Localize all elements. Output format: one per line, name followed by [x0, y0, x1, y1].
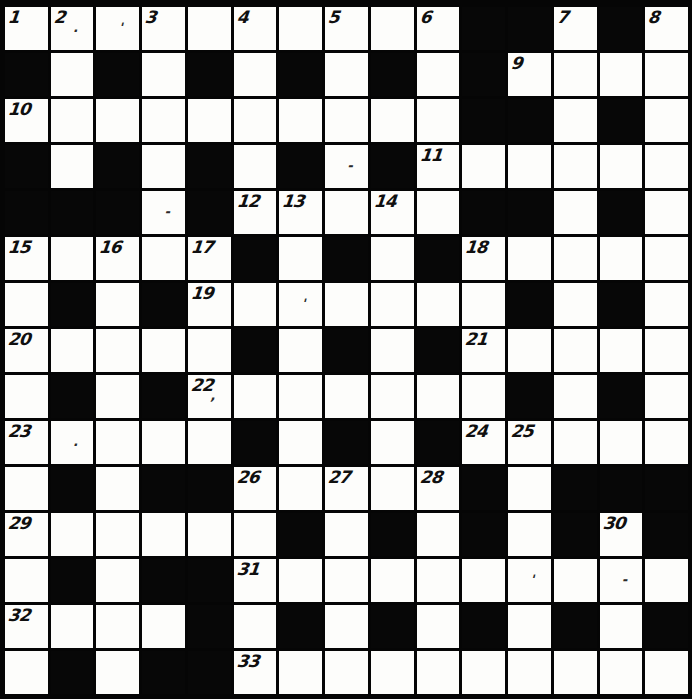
cell-r15c12[interactable]	[508, 651, 551, 694]
cell-r15c15[interactable]	[645, 651, 688, 694]
cell-r15c14[interactable]	[600, 651, 643, 694]
clue-number-9: 9	[510, 53, 523, 73]
clue-number-12: 12	[236, 191, 260, 211]
cell-r8c13[interactable]	[554, 329, 597, 372]
cell-r1c15[interactable]: 8	[645, 7, 688, 50]
cell-r10c3[interactable]	[96, 421, 139, 464]
cell-r10c10-black	[417, 421, 460, 464]
cell-r1c2[interactable]: 2.	[51, 7, 94, 50]
cell-r8c14[interactable]	[600, 329, 643, 372]
clue-number-18: 18	[464, 237, 488, 257]
clue-number-6: 6	[419, 7, 432, 27]
cell-r15c13[interactable]	[554, 651, 597, 694]
cell-r8c9[interactable]	[371, 329, 414, 372]
cell-r10c14[interactable]	[600, 421, 643, 464]
cell-r8c4[interactable]	[142, 329, 185, 372]
cell-r8c5[interactable]	[188, 329, 231, 372]
cell-r6c3[interactable]: 16	[96, 237, 139, 280]
cell-r1c14-black	[600, 7, 643, 50]
cell-r1c13[interactable]: 7	[554, 7, 597, 50]
cell-r14c15-black	[645, 605, 688, 648]
cell-r10c4[interactable]	[142, 421, 185, 464]
cell-r12c11-black	[462, 513, 505, 556]
cell-r2c5-black	[188, 53, 231, 96]
cell-r13c11[interactable]	[462, 559, 505, 602]
cell-r5c6[interactable]: 12	[234, 191, 277, 234]
cell-r7c12-black	[508, 283, 551, 326]
cell-r12c3[interactable]	[96, 513, 139, 556]
cell-r5c7[interactable]: 13	[279, 191, 322, 234]
clue-number-3: 3	[144, 7, 157, 27]
cell-r9c6[interactable]	[234, 375, 277, 418]
cell-r11c7[interactable]	[279, 467, 322, 510]
cell-r4c10[interactable]: 11	[417, 145, 460, 188]
clue-number-19: 19	[190, 283, 214, 303]
cell-r14c4[interactable]	[142, 605, 185, 648]
cell-r7c5[interactable]: 19	[188, 283, 231, 326]
cell-r14c1[interactable]: 32	[5, 605, 48, 648]
cell-r9c13[interactable]	[554, 375, 597, 418]
cell-r14c5-black	[188, 605, 231, 648]
cell-r6c5[interactable]: 17	[188, 237, 231, 280]
cell-r9c11[interactable]	[462, 375, 505, 418]
cell-r10c9[interactable]	[371, 421, 414, 464]
cell-r7c13[interactable]	[554, 283, 597, 326]
clue-number-7: 7	[556, 7, 569, 27]
cell-r10c8-black	[325, 421, 368, 464]
cell-r3c14-black	[600, 99, 643, 142]
stray-pen-mark: -	[347, 158, 352, 173]
cell-r8c1[interactable]: 20	[5, 329, 48, 372]
cell-r12c5[interactable]	[188, 513, 231, 556]
cell-r1c3[interactable]: '	[96, 7, 139, 50]
cell-r2c1-black	[5, 53, 48, 96]
cell-r5c13[interactable]	[554, 191, 597, 234]
cell-r9c12-black	[508, 375, 551, 418]
cell-r11c4-black	[142, 467, 185, 510]
cell-r13c12[interactable]: '	[508, 559, 551, 602]
clue-number-33: 33	[236, 651, 260, 671]
stray-pen-mark: .	[73, 20, 78, 35]
cell-r6c12[interactable]	[508, 237, 551, 280]
cell-r9c10[interactable]	[417, 375, 460, 418]
cell-r2c2[interactable]	[51, 53, 94, 96]
stray-pen-mark: ,	[210, 388, 215, 403]
cell-r11c3[interactable]	[96, 467, 139, 510]
cell-r12c4[interactable]	[142, 513, 185, 556]
cell-r5c12-black	[508, 191, 551, 234]
clue-number-4: 4	[236, 7, 249, 27]
cell-r3c8[interactable]	[325, 99, 368, 142]
cell-r2c3-black	[96, 53, 139, 96]
cell-r7c7[interactable]: '	[279, 283, 322, 326]
cell-r3c15[interactable]	[645, 99, 688, 142]
cell-r14c10[interactable]	[417, 605, 460, 648]
stray-pen-mark: .	[73, 434, 78, 449]
cell-r13c15[interactable]	[645, 559, 688, 602]
cell-r15c10[interactable]	[417, 651, 460, 694]
cell-r11c12[interactable]	[508, 467, 551, 510]
cell-r6c6-black	[234, 237, 277, 280]
clue-number-32: 32	[7, 605, 31, 625]
cell-r5c2-black	[51, 191, 94, 234]
clue-number-5: 5	[327, 7, 340, 27]
cell-r15c7[interactable]	[279, 651, 322, 694]
cell-r8c12[interactable]	[508, 329, 551, 372]
clue-number-16: 16	[98, 237, 122, 257]
clue-number-25: 25	[510, 421, 534, 441]
stray-pen-mark: -	[622, 572, 627, 587]
cell-r5c8[interactable]	[325, 191, 368, 234]
cell-r1c5[interactable]	[188, 7, 231, 50]
cell-r12c2[interactable]	[51, 513, 94, 556]
cell-r13c4-black	[142, 559, 185, 602]
cell-r7c14-black	[600, 283, 643, 326]
cell-r10c1[interactable]: 23	[5, 421, 48, 464]
cell-r10c5[interactable]	[188, 421, 231, 464]
cell-r2c15[interactable]	[645, 53, 688, 96]
cell-r2c13[interactable]	[554, 53, 597, 96]
cell-r6c7[interactable]	[279, 237, 322, 280]
cell-r12c14[interactable]: 30	[600, 513, 643, 556]
cell-r8c3[interactable]	[96, 329, 139, 372]
cell-r7c8[interactable]	[325, 283, 368, 326]
cell-r7c10[interactable]	[417, 283, 460, 326]
cell-r12c8[interactable]	[325, 513, 368, 556]
cell-r3c5[interactable]	[188, 99, 231, 142]
cell-r11c6[interactable]: 26	[234, 467, 277, 510]
cell-r12c7-black	[279, 513, 322, 556]
cell-r6c14[interactable]	[600, 237, 643, 280]
cell-r5c1-black	[5, 191, 48, 234]
cell-r10c2[interactable]: .	[51, 421, 94, 464]
cell-r1c12-black	[508, 7, 551, 50]
cell-r4c1-black	[5, 145, 48, 188]
cell-r5c14-black	[600, 191, 643, 234]
clue-number-31: 31	[236, 559, 260, 579]
cell-r6c2[interactable]	[51, 237, 94, 280]
cell-r1c11-black	[462, 7, 505, 50]
stray-pen-mark: '	[302, 296, 306, 311]
cell-r8c10-black	[417, 329, 460, 372]
cell-r13c10[interactable]	[417, 559, 460, 602]
cell-r2c6[interactable]	[234, 53, 277, 96]
cell-r11c8[interactable]: 27	[325, 467, 368, 510]
cell-r8c7[interactable]	[279, 329, 322, 372]
cell-r15c4-black	[142, 651, 185, 694]
cell-r9c7[interactable]	[279, 375, 322, 418]
cell-r3c12-black	[508, 99, 551, 142]
clue-number-15: 15	[7, 237, 31, 257]
cell-r15c9[interactable]	[371, 651, 414, 694]
cell-r11c5-black	[188, 467, 231, 510]
cell-r4c5-black	[188, 145, 231, 188]
cell-r10c6-black	[234, 421, 277, 464]
cell-r12c1[interactable]: 29	[5, 513, 48, 556]
clue-number-11: 11	[419, 145, 443, 165]
cell-r7c6[interactable]	[234, 283, 277, 326]
cell-r12c10[interactable]	[417, 513, 460, 556]
cell-r6c13[interactable]	[554, 237, 597, 280]
cell-r10c12[interactable]: 25	[508, 421, 551, 464]
cell-r13c1[interactable]	[5, 559, 48, 602]
clue-number-14: 14	[373, 191, 397, 211]
cell-r11c10[interactable]: 28	[417, 467, 460, 510]
cell-r4c7-black	[279, 145, 322, 188]
cell-r7c11[interactable]	[462, 283, 505, 326]
clue-number-30: 30	[601, 513, 625, 533]
cell-r1c4[interactable]: 3	[142, 7, 185, 50]
clue-number-24: 24	[464, 421, 488, 441]
cell-r6c9[interactable]	[371, 237, 414, 280]
cell-r4c8[interactable]: -	[325, 145, 368, 188]
cell-r2c8[interactable]	[325, 53, 368, 96]
cell-r14c11-black	[462, 605, 505, 648]
cell-r5c15[interactable]	[645, 191, 688, 234]
cell-r2c12[interactable]: 9	[508, 53, 551, 96]
cell-r10c15[interactable]	[645, 421, 688, 464]
cell-r14c14[interactable]	[600, 605, 643, 648]
cell-r14c7-black	[279, 605, 322, 648]
cell-r5c11-black	[462, 191, 505, 234]
cell-r6c4[interactable]	[142, 237, 185, 280]
clue-number-29: 29	[7, 513, 31, 533]
cell-r4c14[interactable]	[600, 145, 643, 188]
cell-r7c1[interactable]	[5, 283, 48, 326]
cell-r8c15[interactable]	[645, 329, 688, 372]
clue-number-10: 10	[7, 99, 31, 119]
cell-r14c6[interactable]	[234, 605, 277, 648]
cell-r15c2-black	[51, 651, 94, 694]
cell-r4c15[interactable]	[645, 145, 688, 188]
cell-r5c5-black	[188, 191, 231, 234]
cell-r3c7[interactable]	[279, 99, 322, 142]
cell-r12c6[interactable]	[234, 513, 277, 556]
cell-r6c1[interactable]: 15	[5, 237, 48, 280]
cell-r7c2-black	[51, 283, 94, 326]
cell-r5c3-black	[96, 191, 139, 234]
cell-r9c4-black	[142, 375, 185, 418]
clue-number-8: 8	[647, 7, 660, 27]
cell-r4c3-black	[96, 145, 139, 188]
crossword-board: 12.'345678910-11-1213141516171819'202122…	[0, 0, 692, 699]
cell-r1c9[interactable]	[371, 7, 414, 50]
cell-r15c1[interactable]	[5, 651, 48, 694]
cell-r15c6[interactable]: 33	[234, 651, 277, 694]
cell-r12c12[interactable]	[508, 513, 551, 556]
cell-r1c10[interactable]: 6	[417, 7, 460, 50]
cell-r8c11[interactable]: 21	[462, 329, 505, 372]
cell-r15c3[interactable]	[96, 651, 139, 694]
cell-r11c9[interactable]	[371, 467, 414, 510]
cell-r15c5-black	[188, 651, 231, 694]
cell-r9c1[interactable]	[5, 375, 48, 418]
cell-r13c5-black	[188, 559, 231, 602]
cell-r8c8-black	[325, 329, 368, 372]
cell-r3c3[interactable]	[96, 99, 139, 142]
cell-r11c14-black	[600, 467, 643, 510]
cell-r6c10-black	[417, 237, 460, 280]
cell-r10c7[interactable]	[279, 421, 322, 464]
cell-r13c3[interactable]	[96, 559, 139, 602]
stray-pen-mark: '	[119, 20, 123, 35]
cell-r9c14-black	[600, 375, 643, 418]
clue-number-23: 23	[7, 421, 31, 441]
cell-r6c15[interactable]	[645, 237, 688, 280]
cell-r12c13-black	[554, 513, 597, 556]
cell-r1c6[interactable]: 4	[234, 7, 277, 50]
cell-r3c6[interactable]	[234, 99, 277, 142]
cell-r9c15[interactable]	[645, 375, 688, 418]
cell-r14c12[interactable]	[508, 605, 551, 648]
cell-r2c4[interactable]	[142, 53, 185, 96]
cell-r7c4-black	[142, 283, 185, 326]
cell-r3c13[interactable]	[554, 99, 597, 142]
cell-r13c14[interactable]: -	[600, 559, 643, 602]
cell-r2c10[interactable]	[417, 53, 460, 96]
cell-r6c8-black	[325, 237, 368, 280]
stray-pen-mark: '	[530, 572, 534, 587]
cell-r2c7-black	[279, 53, 322, 96]
cell-r11c1[interactable]	[5, 467, 48, 510]
cell-r9c3[interactable]	[96, 375, 139, 418]
clue-number-28: 28	[419, 467, 443, 487]
clue-number-21: 21	[464, 329, 488, 349]
cell-r4c2[interactable]	[51, 145, 94, 188]
clue-number-26: 26	[236, 467, 260, 487]
cell-r11c13-black	[554, 467, 597, 510]
cell-r11c11-black	[462, 467, 505, 510]
cell-r5c4[interactable]: -	[142, 191, 185, 234]
cell-r13c8[interactable]	[325, 559, 368, 602]
stray-pen-mark: -	[164, 204, 169, 219]
cell-r4c4[interactable]	[142, 145, 185, 188]
cell-r13c7[interactable]	[279, 559, 322, 602]
cell-r3c10[interactable]	[417, 99, 460, 142]
cell-r14c13-black	[554, 605, 597, 648]
cell-r14c2[interactable]	[51, 605, 94, 648]
cell-r10c11[interactable]: 24	[462, 421, 505, 464]
cell-r15c11[interactable]	[462, 651, 505, 694]
cell-r4c13[interactable]	[554, 145, 597, 188]
cell-r4c9-black	[371, 145, 414, 188]
cell-r1c1[interactable]: 1	[5, 7, 48, 50]
cell-r8c2[interactable]	[51, 329, 94, 372]
clue-number-1: 1	[7, 7, 20, 27]
cell-r10c13[interactable]	[554, 421, 597, 464]
cell-r7c9[interactable]	[371, 283, 414, 326]
cell-r3c9[interactable]	[371, 99, 414, 142]
cell-r4c6[interactable]	[234, 145, 277, 188]
cell-r7c3[interactable]	[96, 283, 139, 326]
cell-r1c8[interactable]: 5	[325, 7, 368, 50]
cell-r4c11[interactable]	[462, 145, 505, 188]
cell-r9c9[interactable]	[371, 375, 414, 418]
clue-number-27: 27	[327, 467, 351, 487]
cell-r14c9-black	[371, 605, 414, 648]
clue-number-2: 2	[53, 7, 66, 27]
cell-r14c3[interactable]	[96, 605, 139, 648]
cell-r3c11-black	[462, 99, 505, 142]
cell-r11c15-black	[645, 467, 688, 510]
cell-r6c11[interactable]: 18	[462, 237, 505, 280]
cell-r5c9[interactable]: 14	[371, 191, 414, 234]
cell-r9c8[interactable]	[325, 375, 368, 418]
cell-r9c2-black	[51, 375, 94, 418]
cell-r9c5[interactable]: 22,	[188, 375, 231, 418]
clue-number-13: 13	[281, 191, 305, 211]
cell-r1c7[interactable]	[279, 7, 322, 50]
cell-r12c9-black	[371, 513, 414, 556]
cell-r3c1[interactable]: 10	[5, 99, 48, 142]
cell-r3c4[interactable]	[142, 99, 185, 142]
cell-r5c10[interactable]	[417, 191, 460, 234]
cell-r7c15[interactable]	[645, 283, 688, 326]
cell-r3c2[interactable]	[51, 99, 94, 142]
cell-r8c6-black	[234, 329, 277, 372]
cell-r13c6[interactable]: 31	[234, 559, 277, 602]
cell-r2c11-black	[462, 53, 505, 96]
cell-r2c14[interactable]	[600, 53, 643, 96]
cell-r2c9-black	[371, 53, 414, 96]
cell-r4c12[interactable]	[508, 145, 551, 188]
cell-r14c8[interactable]	[325, 605, 368, 648]
cell-r13c9[interactable]	[371, 559, 414, 602]
clue-number-20: 20	[7, 329, 31, 349]
cell-r15c8[interactable]	[325, 651, 368, 694]
cell-r12c15-black	[645, 513, 688, 556]
cell-r13c13[interactable]	[554, 559, 597, 602]
crossword-page: 12.'345678910-11-1213141516171819'202122…	[0, 0, 692, 699]
cell-r11c2-black	[51, 467, 94, 510]
clue-number-17: 17	[190, 237, 214, 257]
cell-r13c2-black	[51, 559, 94, 602]
